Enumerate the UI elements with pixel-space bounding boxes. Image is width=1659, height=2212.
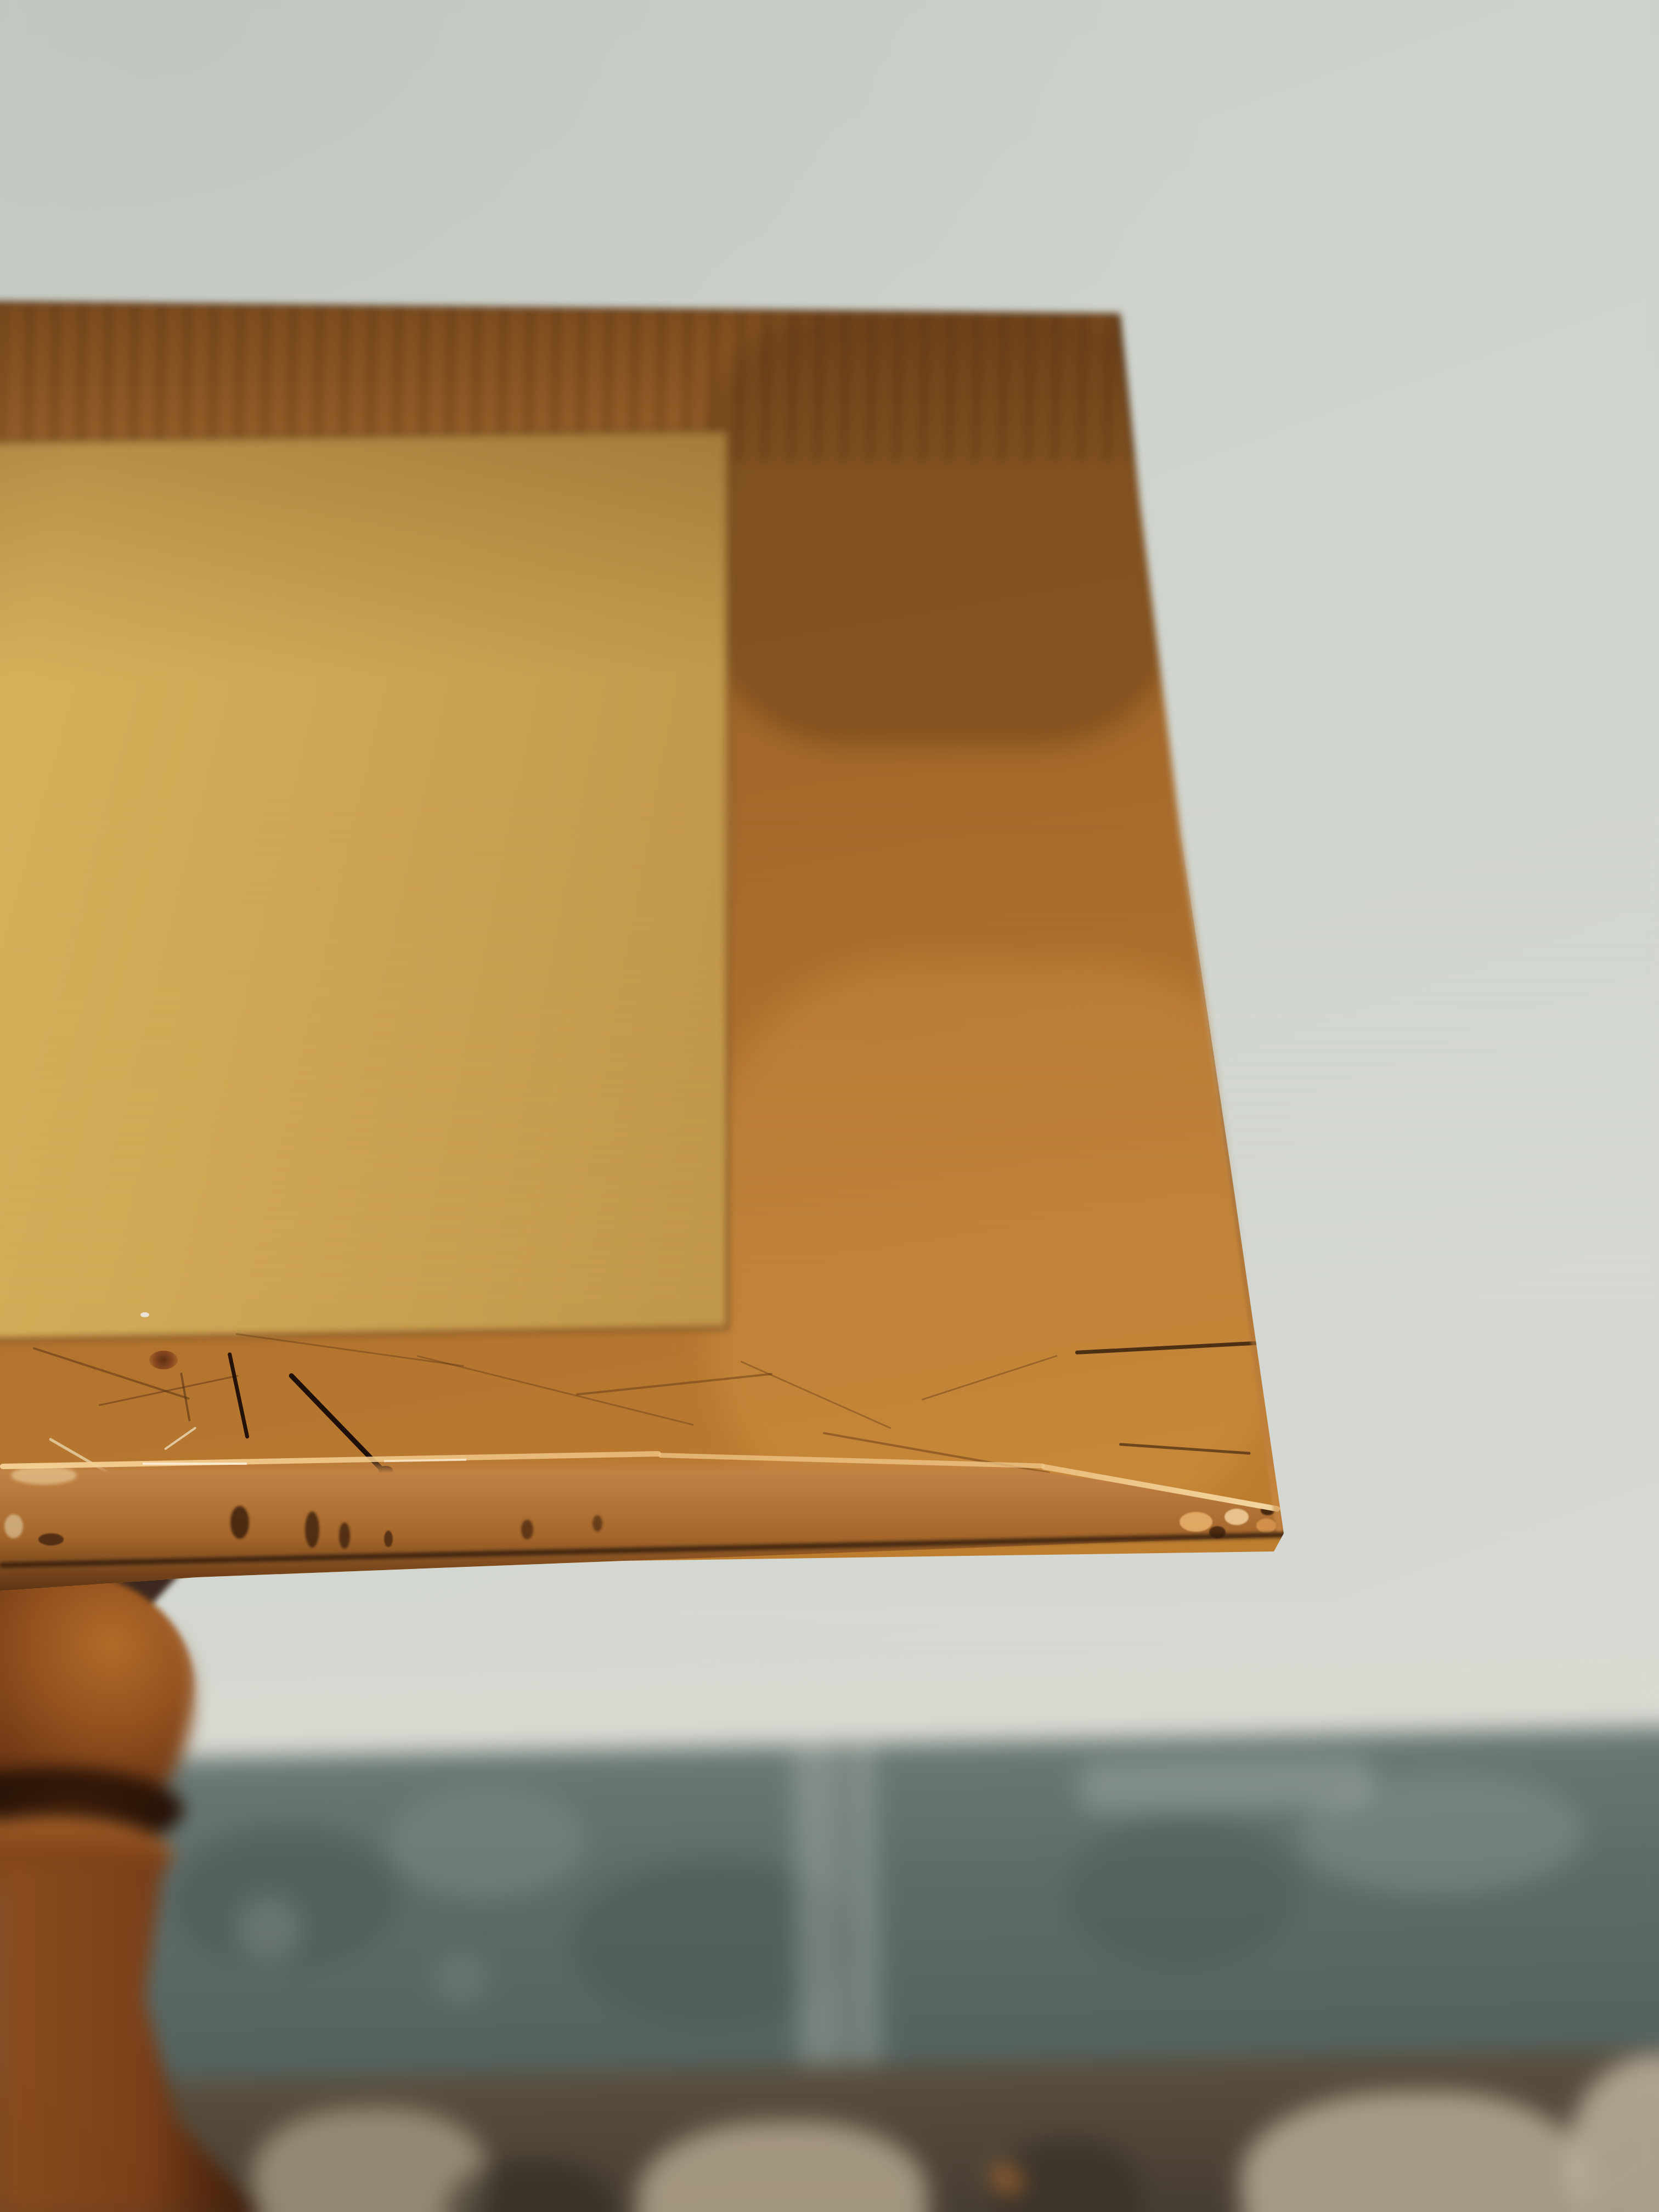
vignette xyxy=(0,0,1659,2212)
photo-scene xyxy=(0,0,1659,2212)
